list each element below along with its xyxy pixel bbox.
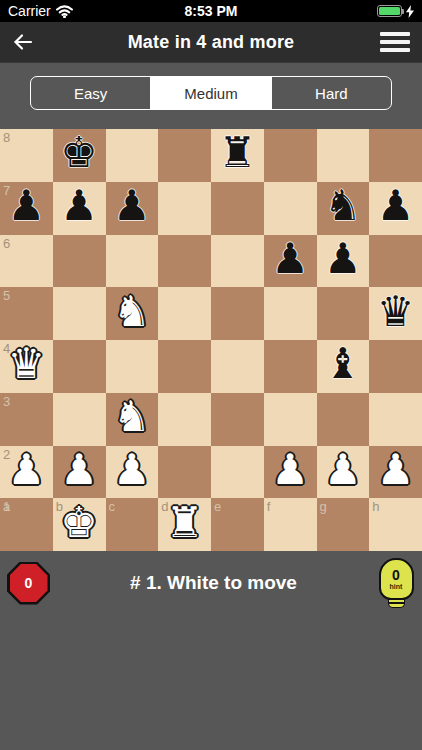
square-f5[interactable] [264,287,317,340]
piece-black-knight: ♞ [324,185,362,227]
piece-white-knight: ♞ [113,396,151,438]
square-e5[interactable] [211,287,264,340]
bulb-base [388,598,405,608]
file-label-g: g [320,499,327,514]
square-a5[interactable]: 5 [0,287,53,340]
square-h5[interactable]: ♛ [369,287,422,340]
square-b2[interactable]: ♟ [53,446,106,499]
square-a6[interactable]: 6 [0,235,53,288]
piece-black-pawn: ♟ [113,185,151,227]
square-h4[interactable] [369,340,422,393]
hints-count: 0 [392,568,400,582]
square-b4[interactable] [53,340,106,393]
piece-white-pawn: ♟ [377,449,415,491]
square-d5[interactable] [158,287,211,340]
puzzle-status-text: # 1. White to move [50,572,377,594]
wifi-icon [56,5,73,18]
square-e6[interactable] [211,235,264,288]
square-c7[interactable]: ♟ [106,182,159,235]
tab-medium[interactable]: Medium [151,77,271,109]
square-b3[interactable] [53,393,106,446]
square-b8[interactable]: ♚ [53,129,106,182]
square-e8[interactable]: ♜ [211,129,264,182]
square-e1[interactable]: e [211,498,264,551]
square-e4[interactable] [211,340,264,393]
piece-black-pawn: ♟ [271,238,309,280]
hint-label: hint [390,583,403,591]
rank-label-6: 6 [3,236,10,251]
piece-black-pawn: ♟ [8,185,46,227]
square-d4[interactable] [158,340,211,393]
square-e2[interactable] [211,446,264,499]
piece-white-rook: ♜ [166,502,204,544]
piece-white-pawn: ♟ [60,449,98,491]
hamburger-icon [380,32,410,36]
square-f8[interactable] [264,129,317,182]
square-d1[interactable]: d♜ [158,498,211,551]
hint-button[interactable]: 0 hint [377,558,415,608]
piece-black-bishop: ♝ [324,343,362,385]
square-a1[interactable]: 1a [0,498,53,551]
square-a3[interactable]: 3 [0,393,53,446]
square-h3[interactable] [369,393,422,446]
square-c2[interactable]: ♟ [106,446,159,499]
square-b6[interactable] [53,235,106,288]
square-e7[interactable] [211,182,264,235]
square-d2[interactable] [158,446,211,499]
square-h2[interactable]: ♟ [369,446,422,499]
back-arrow-icon [12,32,34,52]
square-e3[interactable] [211,393,264,446]
piece-black-queen: ♛ [377,291,415,333]
square-b1[interactable]: b♚ [53,498,106,551]
menu-button[interactable] [366,32,410,52]
file-label-f: f [267,499,271,514]
square-h1[interactable]: h [369,498,422,551]
square-f7[interactable] [264,182,317,235]
square-d7[interactable] [158,182,211,235]
square-f6[interactable]: ♟ [264,235,317,288]
file-label-h: h [372,499,379,514]
square-g7[interactable]: ♞ [317,182,370,235]
status-bar: Carrier 8:53 PM [0,0,422,22]
square-c5[interactable]: ♞ [106,287,159,340]
square-a8[interactable]: 8 [0,129,53,182]
square-d6[interactable] [158,235,211,288]
piece-white-pawn: ♟ [8,449,46,491]
square-d3[interactable] [158,393,211,446]
piece-black-pawn: ♟ [324,238,362,280]
square-f1[interactable]: f [264,498,317,551]
difficulty-segmented-control: Easy Medium Hard [0,62,422,110]
square-h7[interactable]: ♟ [369,182,422,235]
stop-sign-icon: 0 [10,564,48,602]
lightbulb-icon: 0 hint [379,558,414,600]
square-g5[interactable] [317,287,370,340]
square-h6[interactable] [369,235,422,288]
square-g2[interactable]: ♟ [317,446,370,499]
square-c8[interactable] [106,129,159,182]
carrier-label: Carrier [8,3,51,19]
square-a2[interactable]: 2♟ [0,446,53,499]
piece-white-pawn: ♟ [113,449,151,491]
square-b5[interactable] [53,287,106,340]
square-b7[interactable]: ♟ [53,182,106,235]
square-g1[interactable]: g [317,498,370,551]
square-c3[interactable]: ♞ [106,393,159,446]
piece-white-knight: ♞ [113,291,151,333]
puzzle-status-bar: 0 # 1. White to move 0 hint [0,551,422,615]
square-g6[interactable]: ♟ [317,235,370,288]
file-label-e: e [214,499,221,514]
square-h8[interactable] [369,129,422,182]
piece-black-pawn: ♟ [377,185,415,227]
rank-label-5: 5 [3,288,10,303]
errors-count: 0 [25,575,33,591]
piece-black-pawn: ♟ [60,185,98,227]
errors-stop-sign[interactable]: 0 [7,562,50,605]
rank-label-3: 3 [3,394,10,409]
piece-white-king: ♚ [60,502,98,544]
square-f3[interactable] [264,393,317,446]
charging-bolt-icon [406,5,414,18]
square-d8[interactable] [158,129,211,182]
square-a7[interactable]: 7♟ [0,182,53,235]
square-c4[interactable] [106,340,159,393]
square-f4[interactable] [264,340,317,393]
square-g3[interactable] [317,393,370,446]
square-c6[interactable] [106,235,159,288]
square-c1[interactable]: c [106,498,159,551]
battery-icon [377,5,402,17]
square-f2[interactable]: ♟ [264,446,317,499]
tab-hard[interactable]: Hard [272,77,391,109]
status-time: 8:53 PM [128,3,294,19]
piece-black-king: ♚ [60,132,98,174]
piece-white-pawn: ♟ [271,449,309,491]
piece-white-pawn: ♟ [324,449,362,491]
piece-white-queen: ♛ [8,343,46,385]
chess-board: 8♚♜7♟♟♟♞♟6♟♟5♞♛4♛♝3♞2♟♟♟♟♟♟1ab♚cd♜efgh [0,129,422,551]
square-a4[interactable]: 4♛ [0,340,53,393]
file-label-c: c [109,499,116,514]
back-button[interactable] [12,32,56,52]
square-g8[interactable] [317,129,370,182]
square-g4[interactable]: ♝ [317,340,370,393]
page-title: Mate in 4 and more [56,32,366,53]
tab-easy[interactable]: Easy [31,77,151,109]
piece-black-rook: ♜ [219,132,257,174]
nav-bar: Mate in 4 and more [0,22,422,62]
file-label-a: a [3,499,10,514]
rank-label-8: 8 [3,130,10,145]
